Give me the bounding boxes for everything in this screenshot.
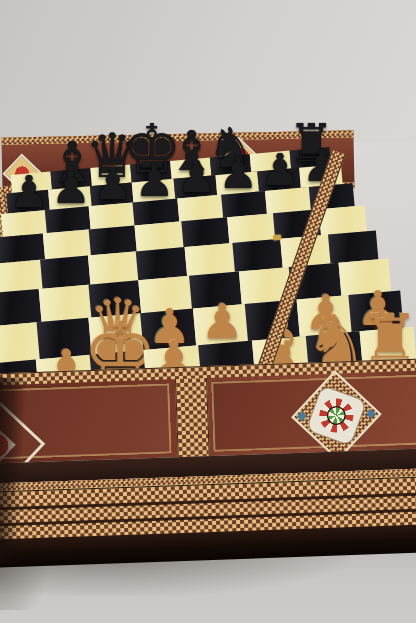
square-e5[interactable] — [181, 217, 229, 247]
piece-black-pawn-f7[interactable]: ♟ — [219, 151, 258, 195]
front-mahogany-band — [0, 370, 416, 463]
square-f5[interactable] — [227, 213, 275, 243]
scene: ♝♛♚♝♞♜♟♟♟♟♟♟♟♟♛♟♟♟♟♟♚♟♝♞♜ — [0, 0, 416, 623]
mosaic-pinstripe — [0, 492, 416, 510]
piece-black-pawn-g7[interactable]: ♟ — [260, 148, 299, 192]
panel-divider-trim — [175, 378, 210, 457]
square-f4[interactable] — [232, 239, 282, 272]
square-d5[interactable] — [135, 221, 183, 251]
piece-black-pawn-d7[interactable]: ♟ — [135, 159, 174, 203]
piece-black-pawn-c7[interactable]: ♟ — [93, 162, 132, 206]
brass-hinge-icon — [273, 235, 281, 241]
square-d4[interactable] — [136, 247, 186, 280]
piece-black-pawn-e7[interactable]: ♟ — [177, 155, 216, 199]
square-b5[interactable] — [43, 229, 91, 259]
square-c4[interactable] — [88, 251, 138, 284]
square-a2[interactable] — [0, 322, 40, 363]
box-front-apron — [0, 358, 416, 569]
square-e2[interactable]: ♟ — [192, 304, 247, 345]
piece-wood-pawn-e2[interactable]: ♟ — [200, 297, 243, 345]
star-medallion — [293, 372, 380, 459]
mosaic-pinstripe — [0, 508, 416, 526]
square-a3[interactable] — [0, 289, 42, 326]
square-h4[interactable] — [328, 230, 378, 263]
piece-black-pawn-a7[interactable]: ♟ — [9, 170, 48, 214]
square-c5[interactable] — [89, 225, 137, 255]
square-e4[interactable] — [184, 243, 234, 276]
piece-black-pawn-b7[interactable]: ♟ — [51, 166, 90, 210]
square-a4[interactable] — [0, 260, 43, 293]
square-b4[interactable] — [40, 256, 90, 289]
